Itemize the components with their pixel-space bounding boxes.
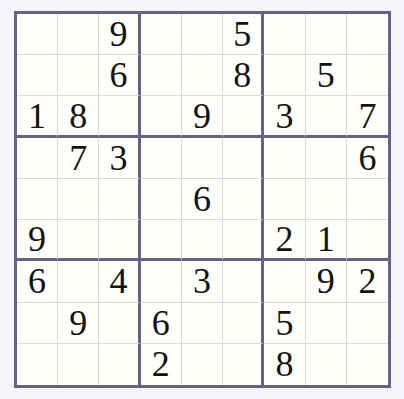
- cell-r4c3: 3: [99, 138, 140, 179]
- cell-r5c5: 6: [182, 179, 223, 220]
- cell-r1c6: 5: [223, 14, 264, 55]
- cell-r3c9: 7: [347, 96, 388, 137]
- cell-r4c7[interactable]: [264, 138, 305, 179]
- cell-r8c9[interactable]: [347, 303, 388, 344]
- cell-r5c3[interactable]: [99, 179, 140, 220]
- cell-r6c4[interactable]: [141, 220, 182, 261]
- cell-r3c2: 8: [58, 96, 99, 137]
- cell-r4c5[interactable]: [182, 138, 223, 179]
- cell-r4c1[interactable]: [17, 138, 58, 179]
- cell-r6c1: 9: [17, 220, 58, 261]
- cell-r9c2[interactable]: [58, 344, 99, 385]
- cell-r2c2[interactable]: [58, 55, 99, 96]
- cell-r5c7[interactable]: [264, 179, 305, 220]
- cell-r7c4[interactable]: [141, 261, 182, 302]
- cell-r2c9[interactable]: [347, 55, 388, 96]
- cell-r9c9[interactable]: [347, 344, 388, 385]
- cell-r7c1: 6: [17, 261, 58, 302]
- cell-r6c7: 2: [264, 220, 305, 261]
- cell-r1c4[interactable]: [141, 14, 182, 55]
- cell-r6c9[interactable]: [347, 220, 388, 261]
- cell-r9c1[interactable]: [17, 344, 58, 385]
- cell-r9c6[interactable]: [223, 344, 264, 385]
- cell-r9c4: 2: [141, 344, 182, 385]
- cell-r3c5: 9: [182, 96, 223, 137]
- cell-r5c8[interactable]: [306, 179, 347, 220]
- cell-r7c8: 9: [306, 261, 347, 302]
- cell-r7c5: 3: [182, 261, 223, 302]
- cell-r7c2[interactable]: [58, 261, 99, 302]
- sudoku-board: 956851893773669216439296528: [14, 11, 391, 388]
- cell-r1c8[interactable]: [306, 14, 347, 55]
- cell-r2c8: 5: [306, 55, 347, 96]
- sudoku-page: 956851893773669216439296528: [0, 0, 404, 399]
- cell-r8c2: 9: [58, 303, 99, 344]
- cell-r3c1: 1: [17, 96, 58, 137]
- cell-r4c4[interactable]: [141, 138, 182, 179]
- cell-r4c8[interactable]: [306, 138, 347, 179]
- cell-r6c2[interactable]: [58, 220, 99, 261]
- cell-r2c7[interactable]: [264, 55, 305, 96]
- cell-r8c4: 6: [141, 303, 182, 344]
- cell-r3c7: 3: [264, 96, 305, 137]
- cell-r4c2: 7: [58, 138, 99, 179]
- cell-r7c9: 2: [347, 261, 388, 302]
- cell-r5c2[interactable]: [58, 179, 99, 220]
- cell-r1c2[interactable]: [58, 14, 99, 55]
- cell-r1c5[interactable]: [182, 14, 223, 55]
- cell-r2c4[interactable]: [141, 55, 182, 96]
- cell-r6c3[interactable]: [99, 220, 140, 261]
- cell-r5c4[interactable]: [141, 179, 182, 220]
- cell-r8c1[interactable]: [17, 303, 58, 344]
- cell-r6c6[interactable]: [223, 220, 264, 261]
- cell-r3c4[interactable]: [141, 96, 182, 137]
- cell-r3c6[interactable]: [223, 96, 264, 137]
- cell-r9c5[interactable]: [182, 344, 223, 385]
- cell-r8c8[interactable]: [306, 303, 347, 344]
- cell-r1c7[interactable]: [264, 14, 305, 55]
- cell-r2c6: 8: [223, 55, 264, 96]
- cell-r8c3[interactable]: [99, 303, 140, 344]
- cell-r7c6[interactable]: [223, 261, 264, 302]
- cell-r2c1[interactable]: [17, 55, 58, 96]
- cell-r7c7[interactable]: [264, 261, 305, 302]
- cell-r5c6[interactable]: [223, 179, 264, 220]
- cell-r6c8: 1: [306, 220, 347, 261]
- cell-r5c1[interactable]: [17, 179, 58, 220]
- cell-r9c3[interactable]: [99, 344, 140, 385]
- cell-r1c3: 9: [99, 14, 140, 55]
- cell-r8c7: 5: [264, 303, 305, 344]
- cell-r1c9[interactable]: [347, 14, 388, 55]
- cell-r5c9[interactable]: [347, 179, 388, 220]
- cell-r2c5[interactable]: [182, 55, 223, 96]
- cell-r3c3[interactable]: [99, 96, 140, 137]
- cell-r4c6[interactable]: [223, 138, 264, 179]
- cell-r8c5[interactable]: [182, 303, 223, 344]
- cell-r4c9: 6: [347, 138, 388, 179]
- cell-r3c8[interactable]: [306, 96, 347, 137]
- cell-r8c6[interactable]: [223, 303, 264, 344]
- cell-r7c3: 4: [99, 261, 140, 302]
- cell-r2c3: 6: [99, 55, 140, 96]
- cell-r9c7: 8: [264, 344, 305, 385]
- cell-r1c1[interactable]: [17, 14, 58, 55]
- cell-r9c8[interactable]: [306, 344, 347, 385]
- cell-r6c5[interactable]: [182, 220, 223, 261]
